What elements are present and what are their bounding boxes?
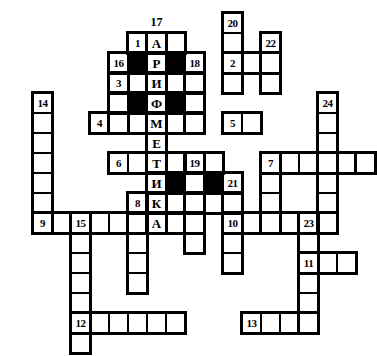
clue-number: 20 [228,18,238,29]
empty-cell[interactable] [222,252,243,274]
empty-cell[interactable] [298,232,319,254]
letter-cell-А[interactable]: А [146,212,167,234]
prefilled-letter: Е [152,137,161,150]
empty-cell[interactable] [298,272,319,294]
clue-number: 22 [266,38,276,49]
prefilled-letter: И [151,177,161,190]
clue-cell-6[interactable]: 6 [108,152,129,174]
empty-cell[interactable] [317,132,338,154]
empty-cell[interactable] [89,312,110,334]
empty-cell[interactable] [32,192,53,214]
empty-cell[interactable] [70,252,91,274]
empty-cell[interactable] [317,172,338,194]
empty-cell[interactable] [298,152,319,174]
clue-number: 4 [97,118,102,129]
prefilled-letter: М [150,117,162,130]
crossword-board: 17 201А2216Р1823И14Ф244М5Е6Т197И218К915А… [0,0,377,356]
letter-cell-К[interactable]: К [146,192,167,214]
empty-cell[interactable] [317,152,338,174]
empty-cell[interactable] [184,172,205,194]
block-cell [165,52,186,74]
keyword-clue-number-label: 17 [146,16,167,28]
empty-cell[interactable] [222,32,243,54]
empty-cell[interactable] [222,192,243,214]
clue-number: 11 [304,258,313,269]
block-cell [203,172,224,194]
empty-cell[interactable] [165,72,186,94]
letter-cell-И[interactable]: И [146,172,167,194]
prefilled-letter: Т [152,157,161,170]
clue-cell-1[interactable]: 1 [127,32,148,54]
clue-number: 6 [116,158,121,169]
empty-cell[interactable] [51,212,72,234]
clue-cell-9[interactable]: 9 [32,212,53,234]
empty-cell[interactable] [184,232,205,254]
empty-cell[interactable] [127,112,148,134]
prefilled-letter: К [152,197,161,210]
clue-cell-2[interactable]: 2 [222,52,243,74]
clue-number: 12 [76,318,86,329]
empty-cell[interactable] [108,92,129,114]
empty-cell[interactable] [317,212,338,234]
empty-cell[interactable] [127,252,148,274]
empty-cell[interactable] [108,312,129,334]
clue-number: 21 [228,178,238,189]
empty-cell[interactable] [184,112,205,134]
empty-cell[interactable] [260,192,281,214]
clue-number: 14 [38,98,48,109]
empty-cell[interactable] [298,292,319,314]
empty-cell[interactable] [336,252,357,274]
empty-cell[interactable] [203,152,224,174]
empty-cell[interactable] [165,112,186,134]
block-cell [165,172,186,194]
empty-cell[interactable] [279,312,300,334]
empty-cell[interactable] [165,212,186,234]
empty-cell[interactable] [203,192,224,214]
empty-cell[interactable] [127,72,148,94]
clue-cell-19[interactable]: 19 [184,152,205,174]
block-cell [127,52,148,74]
empty-cell[interactable] [70,332,91,354]
empty-cell[interactable] [184,212,205,234]
clue-number: 23 [304,218,314,229]
letter-cell-А[interactable]: А [146,32,167,54]
empty-cell[interactable] [241,52,262,74]
empty-cell[interactable] [260,312,281,334]
clue-cell-10[interactable]: 10 [222,212,243,234]
clue-cell-5[interactable]: 5 [222,112,243,134]
clue-cell-23[interactable]: 23 [298,212,319,234]
clue-cell-13[interactable]: 13 [241,312,262,334]
letter-cell-Е[interactable]: Е [146,132,167,154]
clue-number: 18 [190,58,200,69]
clue-cell-12[interactable]: 12 [70,312,91,334]
empty-cell[interactable] [32,112,53,134]
clue-cell-11[interactable]: 11 [298,252,319,274]
clue-number: 5 [230,118,235,129]
empty-cell[interactable] [127,152,148,174]
empty-cell[interactable] [260,72,281,94]
empty-cell[interactable] [184,72,205,94]
clue-cell-21[interactable]: 21 [222,172,243,194]
block-cell [165,92,186,114]
prefilled-letter: А [152,37,161,50]
clue-number: 7 [268,158,273,169]
empty-cell[interactable] [241,212,262,234]
empty-cell[interactable] [165,152,186,174]
clue-number: 19 [190,158,200,169]
empty-cell[interactable] [146,312,167,334]
clue-cell-18[interactable]: 18 [184,52,205,74]
empty-cell[interactable] [70,272,91,294]
empty-cell[interactable] [260,52,281,74]
clue-cell-8[interactable]: 8 [127,192,148,214]
clue-number: 10 [228,218,238,229]
letter-cell-И[interactable]: И [146,72,167,94]
empty-cell[interactable] [317,112,338,134]
clue-number: 15 [76,218,86,229]
clue-cell-22[interactable]: 22 [260,32,281,54]
letter-cell-Р[interactable]: Р [146,52,167,74]
clue-number: 16 [114,58,124,69]
empty-cell[interactable] [241,112,262,134]
block-cell [127,92,148,114]
empty-cell[interactable] [89,212,110,234]
empty-cell[interactable] [32,132,53,154]
empty-cell[interactable] [32,172,53,194]
clue-number: 1 [135,38,140,49]
empty-cell[interactable] [260,212,281,234]
empty-cell[interactable] [336,152,357,174]
empty-cell[interactable] [260,172,281,194]
empty-cell[interactable] [127,212,148,234]
empty-cell[interactable] [108,212,129,234]
empty-cell[interactable] [70,232,91,254]
clue-cell-20[interactable]: 20 [222,12,243,34]
clue-number: 2 [230,58,235,69]
empty-cell[interactable] [184,92,205,114]
empty-cell[interactable] [184,192,205,214]
clue-cell-3[interactable]: 3 [108,72,129,94]
empty-cell[interactable] [279,212,300,234]
clue-cell-16[interactable]: 16 [108,52,129,74]
letter-cell-Ф[interactable]: Ф [146,92,167,114]
empty-cell[interactable] [70,292,91,314]
empty-cell[interactable] [108,112,129,134]
empty-cell[interactable] [32,152,53,174]
empty-cell[interactable] [317,192,338,214]
clue-cell-24[interactable]: 24 [317,92,338,114]
clue-number: 13 [247,318,257,329]
clue-cell-14[interactable]: 14 [32,92,53,114]
prefilled-letter: Ф [151,97,162,110]
clue-number: 8 [135,198,140,209]
clue-cell-15[interactable]: 15 [70,212,91,234]
letter-cell-М[interactable]: М [146,112,167,134]
clue-number: 3 [116,78,121,89]
empty-cell[interactable] [127,232,148,254]
empty-cell[interactable] [165,192,186,214]
clue-cell-4[interactable]: 4 [89,112,110,134]
empty-cell[interactable] [298,312,319,334]
prefilled-letter: А [152,217,161,230]
empty-cell[interactable] [165,32,186,54]
clue-cell-7[interactable]: 7 [260,152,281,174]
empty-cell[interactable] [222,232,243,254]
empty-cell[interactable] [355,152,376,174]
clue-number: 9 [40,218,45,229]
prefilled-letter: И [151,77,161,90]
prefilled-letter: Р [153,57,161,70]
empty-cell[interactable] [127,312,148,334]
empty-cell[interactable] [317,252,338,274]
empty-cell[interactable] [222,72,243,94]
letter-cell-Т[interactable]: Т [146,152,167,174]
clue-number: 24 [323,98,333,109]
empty-cell[interactable] [127,272,148,294]
empty-cell[interactable] [165,312,186,334]
empty-cell[interactable] [279,152,300,174]
